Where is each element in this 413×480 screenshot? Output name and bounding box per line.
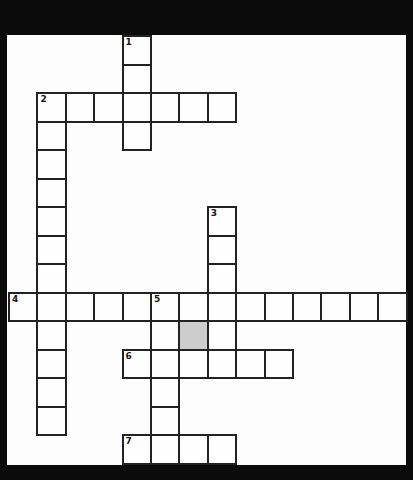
grid-cell[interactable]: [235, 349, 265, 380]
grid-cell[interactable]: [93, 92, 123, 123]
grid-cell[interactable]: [150, 377, 180, 408]
grid-cell[interactable]: [36, 406, 66, 437]
grid-cell[interactable]: [36, 349, 66, 380]
grid-cell[interactable]: [264, 349, 294, 380]
grid-cell[interactable]: [207, 235, 237, 266]
grid-cell[interactable]: [207, 434, 237, 465]
grid-cell[interactable]: [65, 92, 95, 123]
grid-cell[interactable]: [36, 178, 66, 209]
grid-cell[interactable]: [235, 292, 265, 323]
grid-cell[interactable]: [36, 377, 66, 408]
grid-cell[interactable]: [207, 92, 237, 123]
crossword-grid: 1234567: [8, 35, 406, 463]
grid-cell[interactable]: [349, 292, 379, 323]
grid-cell[interactable]: [36, 206, 66, 237]
grid-cell[interactable]: 7: [122, 434, 152, 465]
grid-cell[interactable]: [207, 263, 237, 294]
grid-cell[interactable]: [207, 320, 237, 351]
puzzle-board: 1234567: [7, 35, 406, 465]
grid-cell[interactable]: [207, 349, 237, 380]
grid-cell[interactable]: [207, 292, 237, 323]
grid-cell[interactable]: [178, 92, 208, 123]
grid-cell[interactable]: [178, 349, 208, 380]
grid-cell[interactable]: [150, 434, 180, 465]
grid-cell[interactable]: [320, 292, 350, 323]
grid-cell[interactable]: [377, 292, 407, 323]
grid-cell[interactable]: [36, 263, 66, 294]
grid-cell[interactable]: [150, 320, 180, 351]
grid-cell[interactable]: [93, 292, 123, 323]
grid-cell[interactable]: 2: [36, 92, 66, 123]
clue-number: 7: [126, 436, 132, 446]
grid-cell[interactable]: 1: [122, 35, 152, 66]
screenshot-background: 1234567: [0, 0, 413, 480]
clue-number: 2: [40, 94, 46, 104]
grid-cell[interactable]: [122, 64, 152, 95]
clue-number: 4: [12, 294, 18, 304]
grid-cell[interactable]: [65, 292, 95, 323]
grid-cell[interactable]: [178, 292, 208, 323]
grid-cell[interactable]: [122, 92, 152, 123]
grid-cell[interactable]: [292, 292, 322, 323]
clue-number: 3: [211, 208, 217, 218]
grid-cell[interactable]: 4: [8, 292, 38, 323]
grid-cell[interactable]: [122, 121, 152, 152]
grid-cell[interactable]: [36, 235, 66, 266]
grid-cell[interactable]: [150, 406, 180, 437]
clue-number: 5: [154, 294, 160, 304]
grid-cell[interactable]: [150, 349, 180, 380]
grid-cell[interactable]: [36, 292, 66, 323]
shaded-cell[interactable]: [178, 320, 208, 351]
grid-cell[interactable]: [122, 292, 152, 323]
grid-cell[interactable]: [178, 434, 208, 465]
grid-cell[interactable]: [36, 149, 66, 180]
grid-cell[interactable]: 6: [122, 349, 152, 380]
grid-cell[interactable]: [36, 320, 66, 351]
grid-cell[interactable]: [264, 292, 294, 323]
clue-number: 1: [126, 37, 132, 47]
grid-cell[interactable]: [36, 121, 66, 152]
grid-cell[interactable]: 3: [207, 206, 237, 237]
grid-cell[interactable]: 5: [150, 292, 180, 323]
grid-cell[interactable]: [150, 92, 180, 123]
clue-number: 6: [126, 351, 132, 361]
